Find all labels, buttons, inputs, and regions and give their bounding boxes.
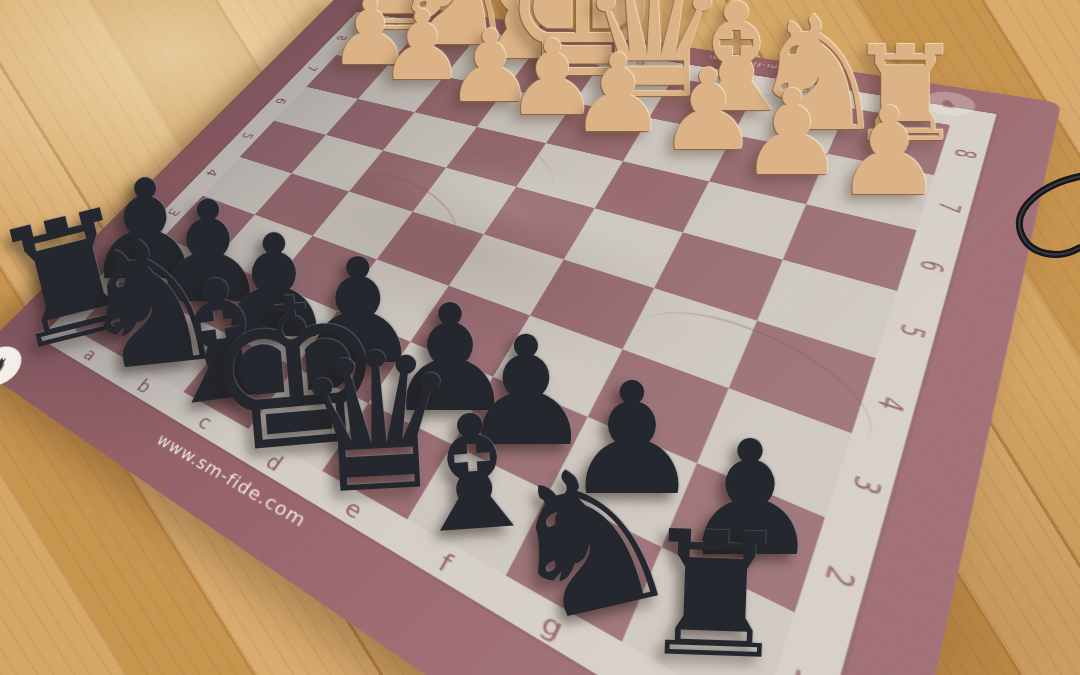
photo-stage: www.sm-fide.com www.sm-fide.com ♞ ♞ aabb…	[0, 0, 1080, 675]
shoelace-cord	[0, 0, 1080, 675]
